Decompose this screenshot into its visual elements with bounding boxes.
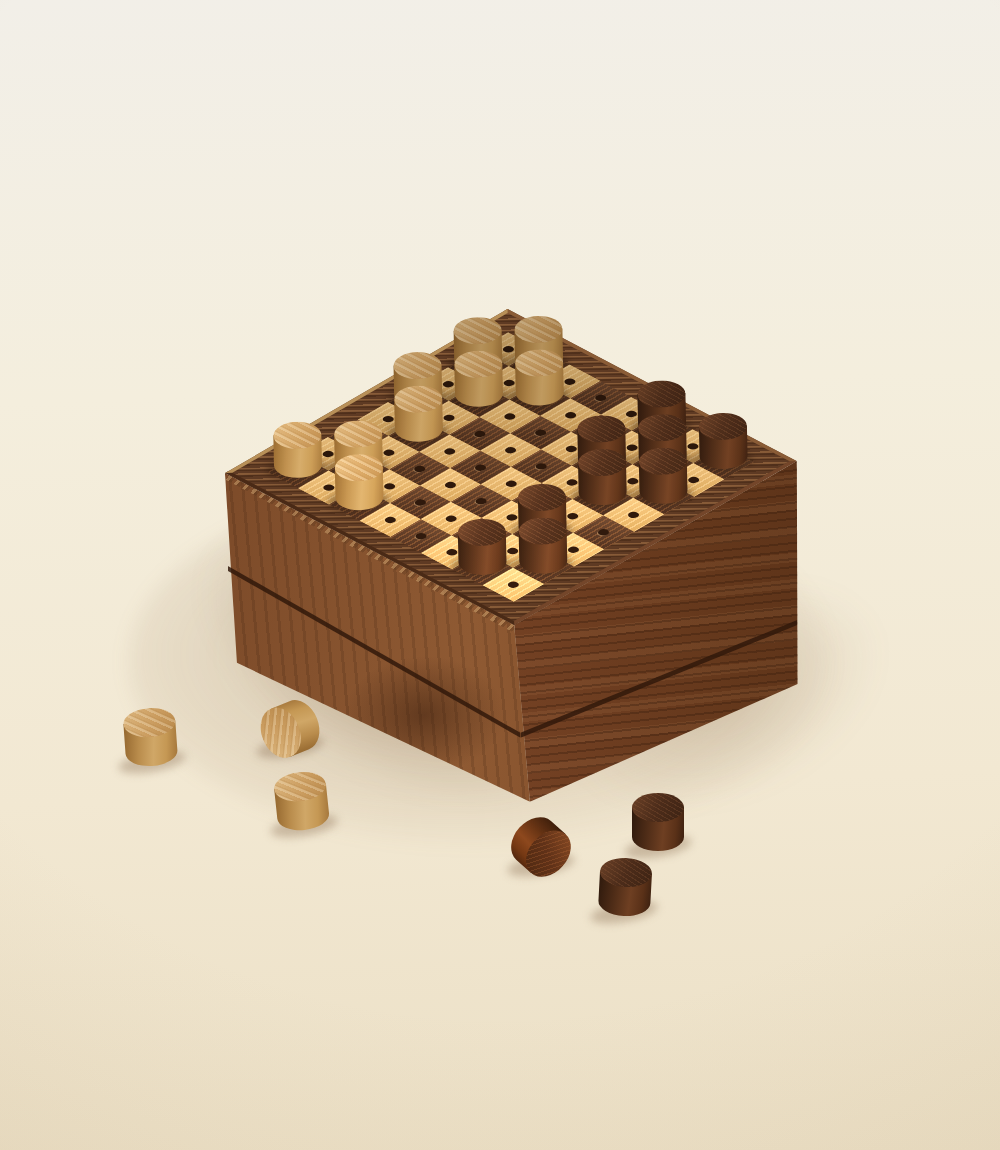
light-peg[interactable] [273,770,331,833]
captured-pegs-area [0,0,1000,1150]
dark-peg[interactable] [598,857,653,918]
light-peg[interactable] [122,706,178,767]
dark-peg[interactable] [632,793,684,851]
scene [0,0,1000,1150]
